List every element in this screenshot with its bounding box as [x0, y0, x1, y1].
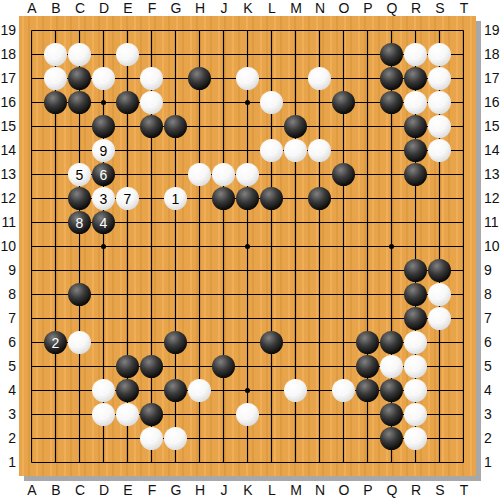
white-stone-G2[interactable]: [164, 427, 187, 450]
intersection-B15[interactable]: [44, 115, 68, 139]
black-stone-Q6[interactable]: [380, 331, 403, 354]
intersection-N2[interactable]: [308, 427, 332, 451]
white-stone-K17[interactable]: [236, 67, 259, 90]
intersection-L11[interactable]: [260, 211, 284, 235]
intersection-Q19[interactable]: [380, 19, 404, 43]
intersection-H8[interactable]: [188, 283, 212, 307]
intersection-D11[interactable]: 4: [92, 211, 116, 235]
intersection-K1[interactable]: [236, 451, 260, 475]
intersection-N9[interactable]: [308, 259, 332, 283]
white-stone-D3[interactable]: [92, 403, 115, 426]
intersection-N11[interactable]: [308, 211, 332, 235]
black-stone-D13[interactable]: 6: [92, 163, 115, 186]
intersection-G1[interactable]: [164, 451, 188, 475]
intersection-E19[interactable]: [116, 19, 140, 43]
intersection-N7[interactable]: [308, 307, 332, 331]
intersection-C7[interactable]: [68, 307, 92, 331]
intersection-H3[interactable]: [188, 403, 212, 427]
intersection-P7[interactable]: [356, 307, 380, 331]
intersection-K9[interactable]: [236, 259, 260, 283]
intersection-N14[interactable]: [308, 139, 332, 163]
black-stone-O13[interactable]: [332, 163, 355, 186]
intersection-S17[interactable]: [428, 67, 452, 91]
intersection-C6[interactable]: [68, 331, 92, 355]
intersection-L12[interactable]: [260, 187, 284, 211]
intersection-C13[interactable]: 5: [68, 163, 92, 187]
intersection-B11[interactable]: [44, 211, 68, 235]
intersection-E1[interactable]: [116, 451, 140, 475]
intersection-T7[interactable]: [452, 307, 476, 331]
intersection-F12[interactable]: [140, 187, 164, 211]
intersection-A15[interactable]: [20, 115, 44, 139]
intersection-O17[interactable]: [332, 67, 356, 91]
intersection-N17[interactable]: [308, 67, 332, 91]
intersection-J13[interactable]: [212, 163, 236, 187]
intersection-Q7[interactable]: [380, 307, 404, 331]
intersection-J9[interactable]: [212, 259, 236, 283]
white-stone-R6[interactable]: [404, 331, 427, 354]
black-stone-G6[interactable]: [164, 331, 187, 354]
intersection-A3[interactable]: [20, 403, 44, 427]
intersection-M18[interactable]: [284, 43, 308, 67]
intersection-E10[interactable]: [116, 235, 140, 259]
intersection-L19[interactable]: [260, 19, 284, 43]
intersection-R12[interactable]: [404, 187, 428, 211]
intersection-Q12[interactable]: [380, 187, 404, 211]
intersection-K18[interactable]: [236, 43, 260, 67]
black-stone-J5[interactable]: [212, 355, 235, 378]
black-stone-F3[interactable]: [140, 403, 163, 426]
white-stone-N17[interactable]: [308, 67, 331, 90]
intersection-K8[interactable]: [236, 283, 260, 307]
intersection-A16[interactable]: [20, 91, 44, 115]
intersection-L7[interactable]: [260, 307, 284, 331]
intersection-C8[interactable]: [68, 283, 92, 307]
intersection-O2[interactable]: [332, 427, 356, 451]
intersection-T10[interactable]: [452, 235, 476, 259]
intersection-P11[interactable]: [356, 211, 380, 235]
intersection-M14[interactable]: [284, 139, 308, 163]
intersection-N3[interactable]: [308, 403, 332, 427]
intersection-M13[interactable]: [284, 163, 308, 187]
intersection-B19[interactable]: [44, 19, 68, 43]
white-stone-S15[interactable]: [428, 115, 451, 138]
black-stone-R7[interactable]: [404, 307, 427, 330]
intersection-J3[interactable]: [212, 403, 236, 427]
intersection-S11[interactable]: [428, 211, 452, 235]
intersection-R17[interactable]: [404, 67, 428, 91]
intersection-R10[interactable]: [404, 235, 428, 259]
intersection-J6[interactable]: [212, 331, 236, 355]
black-stone-N12[interactable]: [308, 187, 331, 210]
intersection-D2[interactable]: [92, 427, 116, 451]
intersection-E16[interactable]: [116, 91, 140, 115]
intersection-D9[interactable]: [92, 259, 116, 283]
white-stone-K13[interactable]: [236, 163, 259, 186]
intersection-H10[interactable]: [188, 235, 212, 259]
intersection-E11[interactable]: [116, 211, 140, 235]
intersection-N5[interactable]: [308, 355, 332, 379]
intersection-F3[interactable]: [140, 403, 164, 427]
intersection-J4[interactable]: [212, 379, 236, 403]
intersection-R8[interactable]: [404, 283, 428, 307]
intersection-Q6[interactable]: [380, 331, 404, 355]
intersection-F2[interactable]: [140, 427, 164, 451]
intersection-Q16[interactable]: [380, 91, 404, 115]
intersection-B6[interactable]: 2: [44, 331, 68, 355]
intersection-T12[interactable]: [452, 187, 476, 211]
black-stone-F15[interactable]: [140, 115, 163, 138]
white-stone-D4[interactable]: [92, 379, 115, 402]
intersection-L9[interactable]: [260, 259, 284, 283]
intersection-H17[interactable]: [188, 67, 212, 91]
intersection-Q3[interactable]: [380, 403, 404, 427]
intersection-A11[interactable]: [20, 211, 44, 235]
intersection-S18[interactable]: [428, 43, 452, 67]
intersection-O11[interactable]: [332, 211, 356, 235]
intersection-G3[interactable]: [164, 403, 188, 427]
black-stone-C11[interactable]: 8: [68, 211, 91, 234]
intersection-O4[interactable]: [332, 379, 356, 403]
white-stone-S17[interactable]: [428, 67, 451, 90]
intersection-P8[interactable]: [356, 283, 380, 307]
intersection-T17[interactable]: [452, 67, 476, 91]
intersection-A6[interactable]: [20, 331, 44, 355]
intersection-C14[interactable]: [68, 139, 92, 163]
intersection-E4[interactable]: [116, 379, 140, 403]
intersection-F10[interactable]: [140, 235, 164, 259]
intersection-Q2[interactable]: [380, 427, 404, 451]
intersection-P1[interactable]: [356, 451, 380, 475]
white-stone-Q5[interactable]: [380, 355, 403, 378]
intersection-F8[interactable]: [140, 283, 164, 307]
intersection-O9[interactable]: [332, 259, 356, 283]
intersection-O13[interactable]: [332, 163, 356, 187]
intersection-F5[interactable]: [140, 355, 164, 379]
intersection-F6[interactable]: [140, 331, 164, 355]
white-stone-F16[interactable]: [140, 91, 163, 114]
intersection-Q17[interactable]: [380, 67, 404, 91]
intersection-C18[interactable]: [68, 43, 92, 67]
white-stone-K3[interactable]: [236, 403, 259, 426]
intersection-L4[interactable]: [260, 379, 284, 403]
intersection-K6[interactable]: [236, 331, 260, 355]
black-stone-E16[interactable]: [116, 91, 139, 114]
black-stone-M15[interactable]: [284, 115, 307, 138]
white-stone-F2[interactable]: [140, 427, 163, 450]
intersection-R14[interactable]: [404, 139, 428, 163]
white-stone-H4[interactable]: [188, 379, 211, 402]
intersection-O16[interactable]: [332, 91, 356, 115]
black-stone-Q17[interactable]: [380, 67, 403, 90]
black-stone-C12[interactable]: [68, 187, 91, 210]
white-stone-B17[interactable]: [44, 67, 67, 90]
intersection-R6[interactable]: [404, 331, 428, 355]
intersection-T18[interactable]: [452, 43, 476, 67]
intersection-B14[interactable]: [44, 139, 68, 163]
intersection-R18[interactable]: [404, 43, 428, 67]
intersection-L1[interactable]: [260, 451, 284, 475]
intersection-F4[interactable]: [140, 379, 164, 403]
intersection-O8[interactable]: [332, 283, 356, 307]
intersection-F9[interactable]: [140, 259, 164, 283]
intersection-F1[interactable]: [140, 451, 164, 475]
intersection-A5[interactable]: [20, 355, 44, 379]
intersection-Q11[interactable]: [380, 211, 404, 235]
white-stone-R5[interactable]: [404, 355, 427, 378]
intersection-G13[interactable]: [164, 163, 188, 187]
intersection-P4[interactable]: [356, 379, 380, 403]
intersection-C17[interactable]: [68, 67, 92, 91]
intersection-R2[interactable]: [404, 427, 428, 451]
intersection-S2[interactable]: [428, 427, 452, 451]
intersection-P17[interactable]: [356, 67, 380, 91]
intersection-G18[interactable]: [164, 43, 188, 67]
intersection-C15[interactable]: [68, 115, 92, 139]
intersection-T16[interactable]: [452, 91, 476, 115]
intersection-S19[interactable]: [428, 19, 452, 43]
intersection-T4[interactable]: [452, 379, 476, 403]
intersection-D5[interactable]: [92, 355, 116, 379]
black-stone-Q18[interactable]: [380, 43, 403, 66]
white-stone-S8[interactable]: [428, 283, 451, 306]
intersection-R13[interactable]: [404, 163, 428, 187]
white-stone-C13[interactable]: 5: [68, 163, 91, 186]
intersection-F16[interactable]: [140, 91, 164, 115]
white-stone-F17[interactable]: [140, 67, 163, 90]
intersection-A2[interactable]: [20, 427, 44, 451]
intersection-N1[interactable]: [308, 451, 332, 475]
white-stone-M14[interactable]: [284, 139, 307, 162]
intersection-B5[interactable]: [44, 355, 68, 379]
intersection-H18[interactable]: [188, 43, 212, 67]
intersection-D14[interactable]: 9: [92, 139, 116, 163]
intersection-L6[interactable]: [260, 331, 284, 355]
intersection-R9[interactable]: [404, 259, 428, 283]
intersection-H4[interactable]: [188, 379, 212, 403]
intersection-S14[interactable]: [428, 139, 452, 163]
intersection-M10[interactable]: [284, 235, 308, 259]
black-stone-R17[interactable]: [404, 67, 427, 90]
intersection-G14[interactable]: [164, 139, 188, 163]
intersection-H16[interactable]: [188, 91, 212, 115]
intersection-Q14[interactable]: [380, 139, 404, 163]
intersection-G5[interactable]: [164, 355, 188, 379]
black-stone-K12[interactable]: [236, 187, 259, 210]
intersection-S8[interactable]: [428, 283, 452, 307]
intersection-E18[interactable]: [116, 43, 140, 67]
intersection-A7[interactable]: [20, 307, 44, 331]
intersection-H9[interactable]: [188, 259, 212, 283]
black-stone-O16[interactable]: [332, 91, 355, 114]
intersection-J7[interactable]: [212, 307, 236, 331]
white-stone-R4[interactable]: [404, 379, 427, 402]
intersection-G19[interactable]: [164, 19, 188, 43]
white-stone-B18[interactable]: [44, 43, 67, 66]
intersection-T5[interactable]: [452, 355, 476, 379]
intersection-J8[interactable]: [212, 283, 236, 307]
black-stone-Q16[interactable]: [380, 91, 403, 114]
intersection-H14[interactable]: [188, 139, 212, 163]
black-stone-H17[interactable]: [188, 67, 211, 90]
intersection-P9[interactable]: [356, 259, 380, 283]
intersection-K17[interactable]: [236, 67, 260, 91]
intersection-L2[interactable]: [260, 427, 284, 451]
intersection-T9[interactable]: [452, 259, 476, 283]
black-stone-F5[interactable]: [140, 355, 163, 378]
intersection-N4[interactable]: [308, 379, 332, 403]
intersection-A8[interactable]: [20, 283, 44, 307]
intersection-B18[interactable]: [44, 43, 68, 67]
intersection-L14[interactable]: [260, 139, 284, 163]
intersection-A17[interactable]: [20, 67, 44, 91]
intersection-D10[interactable]: [92, 235, 116, 259]
intersection-Q15[interactable]: [380, 115, 404, 139]
black-stone-C8[interactable]: [68, 283, 91, 306]
intersection-D16[interactable]: [92, 91, 116, 115]
intersection-K15[interactable]: [236, 115, 260, 139]
intersection-E13[interactable]: [116, 163, 140, 187]
intersection-E2[interactable]: [116, 427, 140, 451]
intersection-L3[interactable]: [260, 403, 284, 427]
intersection-B1[interactable]: [44, 451, 68, 475]
black-stone-P5[interactable]: [356, 355, 379, 378]
intersection-B8[interactable]: [44, 283, 68, 307]
intersection-F17[interactable]: [140, 67, 164, 91]
intersection-M3[interactable]: [284, 403, 308, 427]
black-stone-B16[interactable]: [44, 91, 67, 114]
intersection-L10[interactable]: [260, 235, 284, 259]
intersection-E15[interactable]: [116, 115, 140, 139]
intersection-C4[interactable]: [68, 379, 92, 403]
black-stone-R14[interactable]: [404, 139, 427, 162]
intersection-G16[interactable]: [164, 91, 188, 115]
intersection-K14[interactable]: [236, 139, 260, 163]
intersection-C19[interactable]: [68, 19, 92, 43]
intersection-B3[interactable]: [44, 403, 68, 427]
black-stone-Q4[interactable]: [380, 379, 403, 402]
intersection-T3[interactable]: [452, 403, 476, 427]
intersection-N12[interactable]: [308, 187, 332, 211]
intersection-O5[interactable]: [332, 355, 356, 379]
intersection-D19[interactable]: [92, 19, 116, 43]
intersection-T11[interactable]: [452, 211, 476, 235]
black-stone-P4[interactable]: [356, 379, 379, 402]
intersection-M8[interactable]: [284, 283, 308, 307]
intersection-A19[interactable]: [20, 19, 44, 43]
intersection-K4[interactable]: [236, 379, 260, 403]
intersection-P15[interactable]: [356, 115, 380, 139]
intersection-C16[interactable]: [68, 91, 92, 115]
intersection-J5[interactable]: [212, 355, 236, 379]
intersection-C3[interactable]: [68, 403, 92, 427]
white-stone-S16[interactable]: [428, 91, 451, 114]
intersection-P19[interactable]: [356, 19, 380, 43]
intersection-B4[interactable]: [44, 379, 68, 403]
intersection-M15[interactable]: [284, 115, 308, 139]
intersection-S4[interactable]: [428, 379, 452, 403]
white-stone-M4[interactable]: [284, 379, 307, 402]
intersection-P13[interactable]: [356, 163, 380, 187]
intersection-R5[interactable]: [404, 355, 428, 379]
intersection-O19[interactable]: [332, 19, 356, 43]
intersection-L8[interactable]: [260, 283, 284, 307]
intersection-O14[interactable]: [332, 139, 356, 163]
intersection-H19[interactable]: [188, 19, 212, 43]
intersection-H1[interactable]: [188, 451, 212, 475]
intersection-H13[interactable]: [188, 163, 212, 187]
intersection-G15[interactable]: [164, 115, 188, 139]
intersection-K2[interactable]: [236, 427, 260, 451]
intersection-T6[interactable]: [452, 331, 476, 355]
intersection-N8[interactable]: [308, 283, 332, 307]
intersection-H7[interactable]: [188, 307, 212, 331]
intersection-A14[interactable]: [20, 139, 44, 163]
black-stone-G4[interactable]: [164, 379, 187, 402]
intersection-P5[interactable]: [356, 355, 380, 379]
intersection-M7[interactable]: [284, 307, 308, 331]
intersection-L18[interactable]: [260, 43, 284, 67]
intersection-E6[interactable]: [116, 331, 140, 355]
intersection-H12[interactable]: [188, 187, 212, 211]
white-stone-E12[interactable]: 7: [116, 187, 139, 210]
black-stone-Q3[interactable]: [380, 403, 403, 426]
intersection-M5[interactable]: [284, 355, 308, 379]
intersection-S15[interactable]: [428, 115, 452, 139]
intersection-T8[interactable]: [452, 283, 476, 307]
white-stone-D17[interactable]: [92, 67, 115, 90]
intersection-G10[interactable]: [164, 235, 188, 259]
intersection-T15[interactable]: [452, 115, 476, 139]
black-stone-R13[interactable]: [404, 163, 427, 186]
intersection-F19[interactable]: [140, 19, 164, 43]
intersection-O6[interactable]: [332, 331, 356, 355]
intersection-B10[interactable]: [44, 235, 68, 259]
intersection-J10[interactable]: [212, 235, 236, 259]
intersection-F11[interactable]: [140, 211, 164, 235]
intersection-P3[interactable]: [356, 403, 380, 427]
intersection-E7[interactable]: [116, 307, 140, 331]
intersection-B17[interactable]: [44, 67, 68, 91]
intersection-M16[interactable]: [284, 91, 308, 115]
black-stone-D11[interactable]: 4: [92, 211, 115, 234]
intersection-J1[interactable]: [212, 451, 236, 475]
intersection-C12[interactable]: [68, 187, 92, 211]
white-stone-R16[interactable]: [404, 91, 427, 114]
intersection-F13[interactable]: [140, 163, 164, 187]
intersection-Q1[interactable]: [380, 451, 404, 475]
intersection-D7[interactable]: [92, 307, 116, 331]
intersection-A10[interactable]: [20, 235, 44, 259]
intersection-C5[interactable]: [68, 355, 92, 379]
black-stone-E4[interactable]: [116, 379, 139, 402]
intersection-E5[interactable]: [116, 355, 140, 379]
intersection-H15[interactable]: [188, 115, 212, 139]
intersection-K11[interactable]: [236, 211, 260, 235]
intersection-R15[interactable]: [404, 115, 428, 139]
intersection-E8[interactable]: [116, 283, 140, 307]
intersection-C2[interactable]: [68, 427, 92, 451]
white-stone-R3[interactable]: [404, 403, 427, 426]
intersection-D6[interactable]: [92, 331, 116, 355]
intersection-T1[interactable]: [452, 451, 476, 475]
black-stone-S9[interactable]: [428, 259, 451, 282]
intersection-P6[interactable]: [356, 331, 380, 355]
intersection-S10[interactable]: [428, 235, 452, 259]
intersection-E9[interactable]: [116, 259, 140, 283]
intersection-D3[interactable]: [92, 403, 116, 427]
intersection-M2[interactable]: [284, 427, 308, 451]
